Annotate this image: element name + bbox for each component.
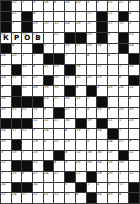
grid-cell[interactable]: 3 xyxy=(33,1,43,11)
black-cell xyxy=(119,151,129,161)
grid-cell[interactable] xyxy=(97,140,107,150)
grid-cell[interactable] xyxy=(22,140,32,150)
clue-number: 25 xyxy=(76,161,81,164)
grid-cell[interactable]: 23 xyxy=(108,193,118,203)
grid-cell[interactable]: 7 xyxy=(22,151,32,161)
grid-cell[interactable]: 21 xyxy=(33,172,43,182)
black-cell xyxy=(87,86,97,96)
grid-cell[interactable]: 8 xyxy=(65,129,75,139)
black-cell xyxy=(1,1,11,11)
grid-cell[interactable]: 24 xyxy=(33,183,43,193)
grid-cell[interactable]: 1 xyxy=(65,183,75,193)
grid-cell[interactable]: 16 xyxy=(65,119,75,129)
grid-cell[interactable]: 12 xyxy=(108,12,118,22)
grid-cell[interactable]: 25 xyxy=(108,151,118,161)
grid-cell[interactable]: 21 xyxy=(119,140,129,150)
grid-cell[interactable]: 8 xyxy=(44,108,54,118)
grid-cell[interactable]: 7 xyxy=(119,65,129,75)
grid-cell[interactable]: 17 xyxy=(54,97,64,107)
grid-cell[interactable]: 22 xyxy=(22,108,32,118)
clue-number: 20 xyxy=(12,54,17,57)
grid-cell[interactable] xyxy=(54,129,64,139)
crossword-grid: 2073166162035222152181112472310122425171… xyxy=(0,0,140,204)
clue-number: 23 xyxy=(108,193,113,196)
grid-cell[interactable]: 21 xyxy=(12,12,22,22)
clue-number: 9 xyxy=(1,86,3,89)
grid-cell[interactable]: 24 xyxy=(1,54,11,64)
clue-number: 16 xyxy=(129,65,134,68)
grid-cell[interactable]: 1 xyxy=(87,183,97,193)
clue-number: 16 xyxy=(76,65,81,68)
grid-cell[interactable]: 12 xyxy=(76,151,86,161)
clue-number: 18 xyxy=(87,151,92,154)
clue-number: 19 xyxy=(87,119,92,122)
grid-cell[interactable]: 5 xyxy=(108,183,118,193)
clue-number: 8 xyxy=(65,151,67,154)
grid-cell[interactable]: 24 xyxy=(129,44,139,54)
black-cell xyxy=(1,44,11,54)
grid-cell[interactable]: 18 xyxy=(97,172,107,182)
grid-cell[interactable]: 12 xyxy=(22,65,32,75)
grid-cell[interactable]: 5 xyxy=(97,1,107,11)
grid-cell[interactable]: 3 xyxy=(87,1,97,11)
grid-cell[interactable]: 21 xyxy=(54,172,64,182)
clue-number: 21 xyxy=(54,172,59,175)
black-cell xyxy=(12,140,22,150)
grid-cell[interactable]: 6 xyxy=(76,86,86,96)
grid-cell[interactable] xyxy=(44,12,54,22)
grid-cell[interactable]: 21 xyxy=(33,76,43,86)
black-cell xyxy=(119,44,129,54)
grid-cell[interactable]: 23 xyxy=(12,151,22,161)
clue-number: 23 xyxy=(12,151,17,154)
clue-number: 7 xyxy=(87,97,89,100)
clue-number: 11 xyxy=(87,12,92,15)
grid-cell[interactable]: 15 xyxy=(33,108,43,118)
grid-cell[interactable]: 16 xyxy=(97,44,107,54)
grid-cell[interactable]: 22 xyxy=(33,161,43,171)
clue-number: 17 xyxy=(22,76,27,79)
grid-cell[interactable]: 23 xyxy=(87,44,97,54)
grid-cell[interactable]: 20 xyxy=(54,76,64,86)
clue-number: 7 xyxy=(108,97,110,100)
clue-number: 24 xyxy=(129,44,134,47)
black-cell xyxy=(97,119,107,129)
black-cell xyxy=(44,161,54,171)
grid-cell[interactable]: 21 xyxy=(12,108,22,118)
clue-number: 12 xyxy=(1,161,6,164)
grid-cell[interactable]: 21 xyxy=(65,108,75,118)
grid-cell[interactable]: 15 xyxy=(119,22,129,32)
grid-cell[interactable]: 12 xyxy=(129,86,139,96)
grid-cell[interactable]: 16 xyxy=(65,97,75,107)
grid-cell[interactable]: 16 xyxy=(1,140,11,150)
grid-cell[interactable]: 1 xyxy=(108,44,118,54)
grid-cell[interactable]: 16 xyxy=(87,161,97,171)
grid-cell[interactable]: 23 xyxy=(97,76,107,86)
clue-number: 16 xyxy=(65,119,70,122)
black-cell xyxy=(44,54,54,64)
clue-number: 13 xyxy=(76,129,81,132)
grid-cell[interactable]: 7 xyxy=(87,129,97,139)
grid-cell[interactable]: 15 xyxy=(108,161,118,171)
grid-cell[interactable]: 25 xyxy=(108,86,118,96)
black-cell xyxy=(65,172,75,182)
clue-number: 23 xyxy=(65,44,70,47)
grid-cell[interactable]: 24 xyxy=(119,86,129,96)
grid-cell[interactable]: 12 xyxy=(1,65,11,75)
grid-cell[interactable]: 5 xyxy=(87,108,97,118)
clue-number: 17 xyxy=(119,183,124,186)
grid-cell[interactable]: 25 xyxy=(119,108,129,118)
clue-number: 12 xyxy=(76,151,81,154)
clue-number: 1 xyxy=(87,183,89,186)
black-cell xyxy=(22,161,32,171)
grid-cell[interactable]: 24 xyxy=(97,129,107,139)
grid-cell[interactable]: 23 xyxy=(65,44,75,54)
grid-cell[interactable]: 12 xyxy=(76,97,86,107)
grid-cell[interactable]: 15О xyxy=(22,33,32,43)
grid-cell[interactable]: 21 xyxy=(44,65,54,75)
grid-cell[interactable]: 26 xyxy=(33,86,43,96)
grid-cell[interactable]: 23 xyxy=(129,119,139,129)
clue-number: 15 xyxy=(1,108,6,111)
clue-number: 7 xyxy=(65,54,67,57)
grid-cell[interactable]: 8 xyxy=(65,151,75,161)
clue-number: 26 xyxy=(33,86,38,89)
black-cell xyxy=(1,119,11,129)
black-cell xyxy=(76,119,86,129)
grid-cell[interactable] xyxy=(129,129,139,139)
grid-cell[interactable]: 25 xyxy=(76,22,86,32)
grid-cell[interactable]: 24 xyxy=(1,129,11,139)
grid-cell[interactable]: 17 xyxy=(12,129,22,139)
grid-cell[interactable]: 24 xyxy=(12,193,22,203)
grid-cell[interactable]: 25 xyxy=(76,161,86,171)
grid-cell[interactable]: 23 xyxy=(87,33,97,43)
grid-cell[interactable]: 13 xyxy=(76,129,86,139)
grid-cell[interactable]: 7 xyxy=(65,54,75,64)
clue-number: 13 xyxy=(65,140,70,143)
cell-letter: О xyxy=(22,33,32,43)
grid-cell[interactable]: 23 xyxy=(44,97,54,107)
grid-cell[interactable]: 24 xyxy=(1,183,11,193)
clue-number: 7 xyxy=(1,172,3,175)
clue-number: 7 xyxy=(119,65,121,68)
grid-cell[interactable]: 6 xyxy=(119,76,129,86)
grid-cell[interactable]: 20 xyxy=(12,54,22,64)
grid-cell[interactable] xyxy=(44,33,54,43)
grid-cell[interactable] xyxy=(119,54,129,64)
clue-number: 7 xyxy=(87,129,89,132)
grid-cell[interactable]: 16 xyxy=(76,65,86,75)
grid-cell[interactable]: 4 xyxy=(97,183,107,193)
black-cell xyxy=(12,97,22,107)
clue-number: 1 xyxy=(65,183,67,186)
grid-cell[interactable]: 17 xyxy=(76,44,86,54)
grid-cell[interactable]: 22 xyxy=(108,1,118,11)
clue-number: 6 xyxy=(33,65,35,68)
grid-cell[interactable]: 3 xyxy=(65,161,75,171)
grid-cell[interactable]: 16 xyxy=(129,108,139,118)
clue-number: 17 xyxy=(108,22,113,25)
black-cell xyxy=(22,97,32,107)
grid-cell[interactable]: 1 xyxy=(33,54,43,64)
clue-number: 22 xyxy=(22,108,27,111)
grid-cell[interactable] xyxy=(65,12,75,22)
grid-cell[interactable]: 20 xyxy=(108,172,118,182)
black-cell xyxy=(108,129,118,139)
grid-cell[interactable]: 12 xyxy=(22,86,32,96)
clue-number: 8 xyxy=(65,129,67,132)
grid-cell[interactable]: 16 xyxy=(119,161,129,171)
grid-cell[interactable]: 17 xyxy=(22,193,32,203)
clue-number: 12 xyxy=(129,151,134,154)
grid-cell[interactable]: 6 xyxy=(33,65,43,75)
black-cell xyxy=(65,33,75,43)
grid-cell[interactable]: 20 xyxy=(76,76,86,86)
grid-cell[interactable]: 4 xyxy=(119,193,129,203)
grid-cell[interactable]: 17 xyxy=(65,193,75,203)
grid-cell[interactable]: 7Р xyxy=(12,33,22,43)
grid-cell[interactable]: 10 xyxy=(44,22,54,32)
grid-cell[interactable]: 7 xyxy=(33,129,43,139)
grid-cell[interactable] xyxy=(22,44,32,54)
grid-cell[interactable]: 23 xyxy=(129,33,139,43)
black-cell xyxy=(22,183,32,193)
grid-cell[interactable]: 21 xyxy=(108,119,118,129)
clue-number: 12 xyxy=(76,97,81,100)
grid-cell[interactable]: 1 xyxy=(119,172,129,182)
black-cell xyxy=(76,183,86,193)
grid-cell[interactable]: 4 xyxy=(129,12,139,22)
clue-number: 22 xyxy=(44,193,49,196)
grid-cell[interactable]: 7 xyxy=(1,172,11,182)
grid-cell[interactable]: 23 xyxy=(54,65,64,75)
grid-cell[interactable] xyxy=(54,12,64,22)
grid-cell[interactable]: 7 xyxy=(108,97,118,107)
clue-number: 16 xyxy=(129,108,134,111)
grid-cell[interactable]: 9 xyxy=(108,108,118,118)
grid-cell[interactable]: 5 xyxy=(87,140,97,150)
grid-cell[interactable] xyxy=(76,12,86,22)
grid-cell[interactable]: 5 xyxy=(129,1,139,11)
grid-cell[interactable]: 24 xyxy=(108,140,118,150)
grid-cell[interactable]: 11 xyxy=(87,12,97,22)
grid-cell[interactable]: 12 xyxy=(129,151,139,161)
clue-number: 8 xyxy=(33,12,35,15)
grid-cell[interactable]: 15 xyxy=(1,108,11,118)
clue-number: 15 xyxy=(33,108,38,111)
grid-cell[interactable]: 12 xyxy=(33,193,43,203)
grid-cell[interactable]: 1 xyxy=(119,119,129,129)
grid-cell[interactable]: 14 xyxy=(97,161,107,171)
clue-number: 21 xyxy=(12,12,17,15)
black-cell xyxy=(12,65,22,75)
grid-cell[interactable]: 19 xyxy=(44,86,54,96)
grid-cell[interactable]: 12 xyxy=(22,129,32,139)
clue-number: 24 xyxy=(65,22,70,25)
grid-cell[interactable] xyxy=(119,97,129,107)
grid-cell[interactable]: 1 xyxy=(129,22,139,32)
grid-cell[interactable]: 12 xyxy=(76,172,86,182)
grid-cell[interactable]: 13 xyxy=(65,140,75,150)
clue-number: 7 xyxy=(33,129,35,132)
grid-cell[interactable]: 4 xyxy=(108,54,118,64)
clue-number: 4 xyxy=(97,183,99,186)
grid-cell[interactable] xyxy=(129,161,139,171)
grid-cell[interactable]: 1 xyxy=(76,108,86,118)
grid-cell[interactable]: 23 xyxy=(97,108,107,118)
grid-cell[interactable]: 5 xyxy=(108,33,118,43)
grid-cell[interactable]: 16 xyxy=(97,151,107,161)
clue-number: 23 xyxy=(33,22,38,25)
clue-number: 16 xyxy=(44,1,49,4)
grid-cell[interactable]: 20 xyxy=(76,1,86,11)
grid-cell[interactable]: 7 xyxy=(119,129,129,139)
grid-cell[interactable] xyxy=(76,54,86,64)
grid-cell[interactable] xyxy=(87,65,97,75)
grid-cell[interactable]: 8 xyxy=(76,193,86,203)
clue-number: 12 xyxy=(108,12,113,15)
grid-cell[interactable]: 16 xyxy=(129,65,139,75)
grid-cell[interactable]: 23 xyxy=(33,151,43,161)
grid-cell[interactable]: 24 xyxy=(65,22,75,32)
grid-cell[interactable]: 18 xyxy=(87,151,97,161)
clue-number: 21 xyxy=(65,108,70,111)
black-cell xyxy=(12,119,22,129)
clue-number: 16 xyxy=(97,151,102,154)
grid-cell[interactable]: 5 xyxy=(44,140,54,150)
grid-cell[interactable]: 16 xyxy=(65,1,75,11)
grid-cell[interactable]: 7 xyxy=(22,54,32,64)
grid-cell[interactable]: 9 xyxy=(129,140,139,150)
grid-cell[interactable]: 19 xyxy=(33,140,43,150)
grid-cell[interactable] xyxy=(44,183,54,193)
grid-cell[interactable] xyxy=(97,54,107,64)
grid-cell[interactable]: 12 xyxy=(129,172,139,182)
grid-cell[interactable]: 16 xyxy=(1,97,11,107)
grid-cell[interactable]: 17 xyxy=(22,76,32,86)
clue-number: 19 xyxy=(33,140,38,143)
grid-cell[interactable]: 12 xyxy=(33,119,43,129)
clue-number: 1 xyxy=(108,44,110,47)
clue-number: 6 xyxy=(22,172,24,175)
grid-cell[interactable]: 4 xyxy=(129,97,139,107)
grid-cell[interactable]: 12 xyxy=(65,76,75,86)
grid-cell[interactable] xyxy=(54,183,64,193)
grid-cell[interactable]: 22 xyxy=(44,119,54,129)
grid-cell[interactable]: 17 xyxy=(87,22,97,32)
grid-cell[interactable]: 17 xyxy=(119,183,129,193)
grid-cell[interactable]: 7 xyxy=(12,22,22,32)
grid-cell[interactable]: 22 xyxy=(54,140,64,150)
clue-number: 14 xyxy=(44,129,49,132)
clue-number: 17 xyxy=(12,129,17,132)
clue-number: 22 xyxy=(44,119,49,122)
clue-number: 16 xyxy=(119,161,124,164)
grid-cell[interactable] xyxy=(44,151,54,161)
grid-cell[interactable]: 24 xyxy=(1,76,11,86)
clue-number: 16 xyxy=(1,140,6,143)
clue-number: 12 xyxy=(54,22,59,25)
clue-number: 20 xyxy=(76,76,81,79)
grid-cell[interactable]: 19 xyxy=(87,119,97,129)
clue-number: 25 xyxy=(119,108,124,111)
grid-cell[interactable]: 23 xyxy=(12,172,22,182)
grid-cell[interactable]: 20 xyxy=(12,1,22,11)
grid-cell[interactable]: 6 xyxy=(22,172,32,182)
grid-cell[interactable]: 12 xyxy=(54,22,64,32)
grid-cell[interactable]: 9 xyxy=(1,86,11,96)
grid-cell[interactable]: 17 xyxy=(108,22,118,32)
black-cell xyxy=(1,12,11,22)
grid-cell[interactable]: 17В xyxy=(33,33,43,43)
grid-cell[interactable]: 7 xyxy=(22,1,32,11)
grid-cell[interactable]: 2 xyxy=(54,44,64,54)
grid-cell[interactable]: 12 xyxy=(1,193,11,203)
clue-number: 7 xyxy=(119,129,121,132)
grid-cell[interactable]: 22 xyxy=(87,76,97,86)
clue-number: 4 xyxy=(129,97,131,100)
clue-number: 23 xyxy=(129,119,134,122)
grid-cell[interactable] xyxy=(108,76,118,86)
grid-cell[interactable]: 14 xyxy=(44,129,54,139)
clue-number: 1 xyxy=(33,54,35,57)
clue-number: 4 xyxy=(54,161,56,164)
grid-cell[interactable]: 21 xyxy=(119,1,129,11)
grid-cell[interactable]: 8 xyxy=(33,12,43,22)
clue-number: 21 xyxy=(119,140,124,143)
grid-cell[interactable]: 21 xyxy=(12,76,22,86)
black-cell xyxy=(22,12,32,22)
black-cell xyxy=(97,97,107,107)
grid-cell[interactable]: 22 xyxy=(44,193,54,203)
grid-cell[interactable]: 22 xyxy=(54,33,64,43)
clue-number: 15 xyxy=(119,22,124,25)
grid-cell[interactable]: 15 xyxy=(54,86,64,96)
grid-cell[interactable]: 24К xyxy=(1,33,11,43)
grid-cell[interactable]: 12 xyxy=(54,193,64,203)
grid-cell[interactable]: 8 xyxy=(12,44,22,54)
clue-number: 1 xyxy=(119,119,121,122)
grid-cell[interactable]: 21 xyxy=(54,119,64,129)
clue-number: 3 xyxy=(87,1,89,4)
clue-number: 20 xyxy=(108,172,113,175)
clue-number: 24 xyxy=(1,183,6,186)
grid-cell[interactable]: 6 xyxy=(54,1,64,11)
grid-cell[interactable]: 3 xyxy=(1,151,11,161)
grid-cell[interactable]: 24 xyxy=(44,172,54,182)
grid-cell[interactable]: 23 xyxy=(33,22,43,32)
grid-cell[interactable]: 1 xyxy=(97,86,107,96)
grid-cell[interactable]: 16 xyxy=(44,1,54,11)
grid-cell[interactable]: 7 xyxy=(87,97,97,107)
grid-cell[interactable]: 8 xyxy=(87,54,97,64)
clue-number: 9 xyxy=(108,108,110,111)
grid-cell[interactable] xyxy=(76,140,86,150)
black-cell xyxy=(119,12,129,22)
clue-number: 3 xyxy=(65,161,67,164)
grid-cell[interactable] xyxy=(108,65,118,75)
clue-number: 10 xyxy=(44,22,49,25)
grid-cell[interactable]: 24 xyxy=(97,193,107,203)
grid-cell[interactable]: 4 xyxy=(54,161,64,171)
black-cell xyxy=(33,44,43,54)
grid-cell[interactable]: 17 xyxy=(97,65,107,75)
grid-cell[interactable]: 12 xyxy=(1,161,11,171)
grid-cell[interactable]: 1 xyxy=(44,44,54,54)
